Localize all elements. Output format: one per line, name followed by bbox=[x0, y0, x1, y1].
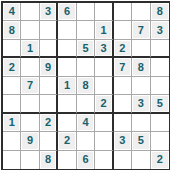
cell-r4c2[interactable] bbox=[21, 58, 39, 76]
cell-r8c6[interactable] bbox=[95, 132, 113, 150]
cell-r3c5: 5 bbox=[77, 40, 95, 58]
cell-r1c5[interactable] bbox=[77, 3, 95, 21]
cell-r3c8[interactable] bbox=[132, 40, 150, 58]
cell-r5c9[interactable] bbox=[151, 77, 169, 95]
cell-r9c2[interactable] bbox=[21, 151, 39, 169]
cell-r3c2: 1 bbox=[21, 40, 39, 58]
cell-r8c3[interactable] bbox=[40, 132, 58, 150]
cell-r8c1[interactable] bbox=[3, 132, 21, 150]
cell-r3c9[interactable] bbox=[151, 40, 169, 58]
cell-r4c9[interactable] bbox=[151, 58, 169, 76]
cell-r5c5: 8 bbox=[77, 77, 95, 95]
cell-r4c1: 2 bbox=[3, 58, 21, 76]
cell-r5c3[interactable] bbox=[40, 77, 58, 95]
cell-r8c9[interactable] bbox=[151, 132, 169, 150]
cell-r3c4[interactable] bbox=[58, 40, 76, 58]
cell-r7c3: 2 bbox=[40, 114, 58, 132]
cell-r9c8[interactable] bbox=[132, 151, 150, 169]
cell-r7c7[interactable] bbox=[114, 114, 132, 132]
cell-r4c4[interactable] bbox=[58, 58, 76, 76]
cell-r3c3[interactable] bbox=[40, 40, 58, 58]
cell-r5c6[interactable] bbox=[95, 77, 113, 95]
cell-r1c2[interactable] bbox=[21, 3, 39, 21]
cell-r2c9: 3 bbox=[151, 21, 169, 39]
cell-r9c1[interactable] bbox=[3, 151, 21, 169]
cell-r5c4: 1 bbox=[58, 77, 76, 95]
cell-r8c2: 9 bbox=[21, 132, 39, 150]
cell-r6c7[interactable] bbox=[114, 95, 132, 113]
cell-r6c2[interactable] bbox=[21, 95, 39, 113]
cell-r2c6: 1 bbox=[95, 21, 113, 39]
cell-r7c4[interactable] bbox=[58, 114, 76, 132]
cell-r6c8: 3 bbox=[132, 95, 150, 113]
cell-r3c7: 2 bbox=[114, 40, 132, 58]
cell-r8c7: 3 bbox=[114, 132, 132, 150]
cell-r1c3: 3 bbox=[40, 3, 58, 21]
cell-r4c8: 8 bbox=[132, 58, 150, 76]
cell-r1c8[interactable] bbox=[132, 3, 150, 21]
cell-r4c5[interactable] bbox=[77, 58, 95, 76]
cell-r2c5[interactable] bbox=[77, 21, 95, 39]
cell-r7c1: 1 bbox=[3, 114, 21, 132]
cell-r4c7: 7 bbox=[114, 58, 132, 76]
cell-r5c1[interactable] bbox=[3, 77, 21, 95]
cell-r1c1: 4 bbox=[3, 3, 21, 21]
cell-r6c5[interactable] bbox=[77, 95, 95, 113]
cell-r4c6[interactable] bbox=[95, 58, 113, 76]
cell-r7c8[interactable] bbox=[132, 114, 150, 132]
cell-r2c2[interactable] bbox=[21, 21, 39, 39]
cell-r1c4: 6 bbox=[58, 3, 76, 21]
cell-r9c3: 8 bbox=[40, 151, 58, 169]
cell-r9c5: 6 bbox=[77, 151, 95, 169]
cell-r6c4[interactable] bbox=[58, 95, 76, 113]
cell-r1c9: 8 bbox=[151, 3, 169, 21]
cell-r9c6[interactable] bbox=[95, 151, 113, 169]
cell-r5c8[interactable] bbox=[132, 77, 150, 95]
cell-r2c1: 8 bbox=[3, 21, 21, 39]
cell-r6c1[interactable] bbox=[3, 95, 21, 113]
cell-r6c3[interactable] bbox=[40, 95, 58, 113]
sudoku-page: 43688173153229787182351249235862 bbox=[0, 0, 170, 170]
cell-r3c6: 3 bbox=[95, 40, 113, 58]
cell-r8c5[interactable] bbox=[77, 132, 95, 150]
cell-r1c6[interactable] bbox=[95, 3, 113, 21]
cell-r7c2[interactable] bbox=[21, 114, 39, 132]
cell-r3c1[interactable] bbox=[3, 40, 21, 58]
cell-r6c9: 5 bbox=[151, 95, 169, 113]
cell-r9c7[interactable] bbox=[114, 151, 132, 169]
cell-r8c8: 5 bbox=[132, 132, 150, 150]
sudoku-board: 43688173153229787182351249235862 bbox=[1, 1, 170, 170]
cell-r2c3[interactable] bbox=[40, 21, 58, 39]
cell-r2c8: 7 bbox=[132, 21, 150, 39]
cell-r7c5: 4 bbox=[77, 114, 95, 132]
cell-r6c6: 2 bbox=[95, 95, 113, 113]
cell-r1c7[interactable] bbox=[114, 3, 132, 21]
cell-r7c9[interactable] bbox=[151, 114, 169, 132]
cell-r4c3: 9 bbox=[40, 58, 58, 76]
cell-r2c7[interactable] bbox=[114, 21, 132, 39]
cell-r9c4[interactable] bbox=[58, 151, 76, 169]
cell-r2c4[interactable] bbox=[58, 21, 76, 39]
cell-r5c2: 7 bbox=[21, 77, 39, 95]
cell-r9c9: 2 bbox=[151, 151, 169, 169]
cell-r7c6[interactable] bbox=[95, 114, 113, 132]
cell-r8c4: 2 bbox=[58, 132, 76, 150]
cell-r5c7[interactable] bbox=[114, 77, 132, 95]
